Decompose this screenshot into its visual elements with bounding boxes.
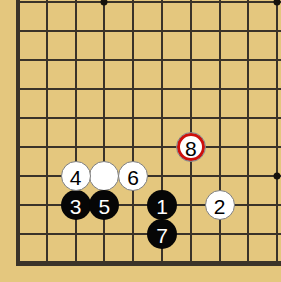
stone-black-5[interactable]: 5 xyxy=(89,190,119,220)
stone-label: 8 xyxy=(185,137,197,158)
stones-layer: 12345678 xyxy=(4,0,281,278)
stone-label: 7 xyxy=(156,224,168,245)
stone-label: 4 xyxy=(70,166,82,187)
stone-label: 6 xyxy=(127,166,139,187)
go-board[interactable]: 12345678 xyxy=(0,0,281,282)
stone-label: 2 xyxy=(214,195,226,216)
stone-label: 5 xyxy=(99,195,111,216)
stone-white-plain[interactable] xyxy=(89,161,119,191)
stone-black-3[interactable]: 3 xyxy=(61,190,91,220)
stone-label: 1 xyxy=(156,195,168,216)
stone-white-8[interactable]: 8 xyxy=(176,132,206,162)
stone-white-4[interactable]: 4 xyxy=(61,161,91,191)
stone-black-1[interactable]: 1 xyxy=(147,190,177,220)
stone-black-7[interactable]: 7 xyxy=(147,219,177,249)
stone-white-6[interactable]: 6 xyxy=(118,161,148,191)
stone-white-2[interactable]: 2 xyxy=(205,190,235,220)
stone-label: 3 xyxy=(70,195,82,216)
